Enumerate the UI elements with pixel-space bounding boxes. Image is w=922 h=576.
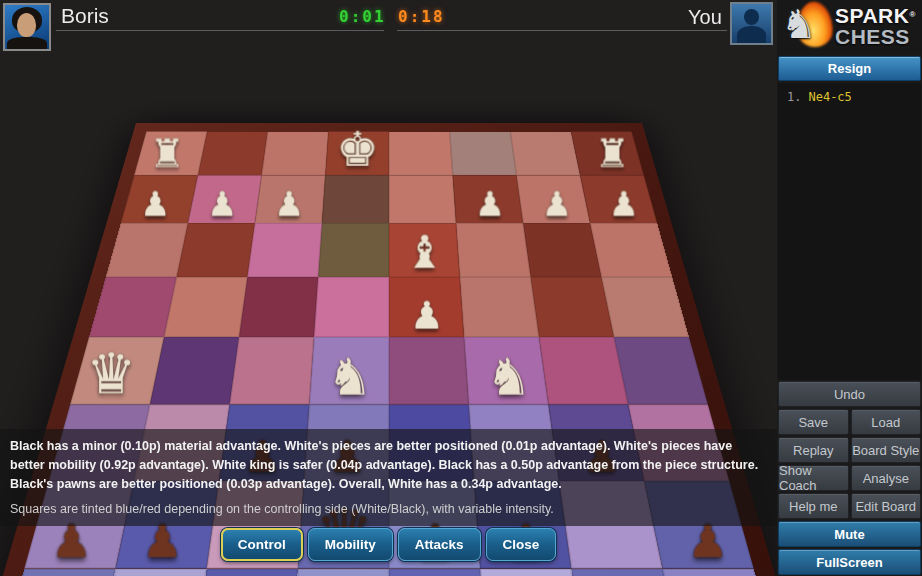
board-square[interactable]: [450, 131, 517, 175]
board-square[interactable]: [177, 223, 255, 277]
top-bar: Boris 0:01 0:18 You: [0, 0, 777, 52]
board-square[interactable]: ♚: [291, 568, 389, 576]
opponent-name: Boris: [61, 4, 109, 28]
board-square[interactable]: [314, 277, 389, 337]
white-pawn[interactable]: ♟: [409, 296, 443, 334]
board-square[interactable]: [150, 337, 239, 404]
board-square[interactable]: [389, 131, 453, 175]
board-square[interactable]: ♟: [389, 277, 464, 337]
mute-button[interactable]: Mute: [778, 521, 921, 547]
white-pawn[interactable]: ♟: [474, 187, 504, 221]
board-square[interactable]: ♟: [188, 175, 262, 223]
top-bar-divider-left: [56, 30, 384, 31]
board-square[interactable]: ♟: [453, 175, 523, 223]
board-square[interactable]: ♟: [255, 175, 325, 223]
board-square[interactable]: [523, 223, 601, 277]
help-me-button[interactable]: Help me: [778, 493, 849, 519]
board-square[interactable]: [389, 568, 487, 576]
analysis-overlay: Black has a minor (0.10p) material advan…: [0, 429, 777, 526]
attacks-button[interactable]: Attacks: [398, 528, 481, 561]
opponent-avatar[interactable]: [3, 3, 51, 51]
white-pawn[interactable]: ♟: [541, 187, 571, 221]
board-square[interactable]: [460, 277, 539, 337]
close-button[interactable]: Close: [486, 528, 557, 561]
board-square[interactable]: ♞: [464, 337, 548, 404]
mobility-button[interactable]: Mobility: [308, 528, 393, 561]
board-square[interactable]: ♚: [325, 131, 389, 175]
board-square[interactable]: [456, 223, 531, 277]
white-pawn[interactable]: ♟: [273, 187, 303, 221]
edit-board-button[interactable]: Edit Board: [851, 493, 922, 519]
board-square[interactable]: [480, 568, 585, 576]
board-square[interactable]: [89, 277, 177, 337]
clock-black: 0:18: [398, 7, 445, 26]
board-square[interactable]: ♟: [516, 175, 590, 223]
knight-logo-icon: ♞: [781, 4, 817, 44]
analyse-button[interactable]: Analyse: [851, 465, 922, 491]
clock-white: 0:01: [339, 7, 386, 26]
undo-button[interactable]: Undo: [778, 381, 921, 407]
sidebar: ♞ SPARK® CHESS Resign 1.Ne4-c5 Undo Save…: [777, 0, 922, 576]
board-square[interactable]: ♟: [580, 175, 657, 223]
move-list[interactable]: 1.Ne4-c5: [778, 83, 921, 380]
control-button[interactable]: Control: [221, 528, 303, 561]
board-square[interactable]: ♝: [389, 223, 460, 277]
board-square[interactable]: ♞: [309, 337, 389, 404]
sparkchess-logo: ♞ SPARK® CHESS: [777, 0, 922, 55]
board-square[interactable]: [318, 223, 389, 277]
white-pawn[interactable]: ♟: [608, 187, 638, 221]
board-square[interactable]: [230, 337, 314, 404]
board-square[interactable]: [239, 277, 318, 337]
white-bishop[interactable]: ♝: [404, 229, 445, 274]
logo-text: SPARK® CHESS: [835, 5, 916, 48]
logo-word-spark: SPARK: [835, 4, 909, 27]
fullscreen-button[interactable]: FullScreen: [778, 549, 921, 575]
board-square[interactable]: [106, 223, 188, 277]
white-rook[interactable]: ♜: [149, 134, 184, 173]
tint-note-text: Squares are tinted blue/red depending on…: [10, 502, 767, 516]
player-name: You: [688, 6, 722, 29]
board-square[interactable]: ♟: [121, 175, 198, 223]
board-square[interactable]: [164, 277, 247, 337]
logo-word-chess: CHESS: [835, 25, 910, 48]
silhouette-body: [737, 26, 766, 45]
replay-button[interactable]: Replay: [778, 437, 849, 463]
player-avatar[interactable]: [730, 2, 773, 45]
board-square[interactable]: ♝: [193, 568, 298, 576]
silhouette-head: [744, 9, 759, 25]
board-style-button[interactable]: Board Style: [851, 437, 922, 463]
white-queen[interactable]: ♛: [86, 345, 136, 401]
white-knight[interactable]: ♞: [326, 350, 372, 401]
board-square[interactable]: [531, 277, 614, 337]
resign-button[interactable]: Resign: [778, 56, 921, 81]
board-square[interactable]: [539, 337, 628, 404]
analysis-toolbar: Control Mobility Attacks Close: [0, 528, 777, 561]
analysis-text: Black has a minor (0.10p) material advan…: [10, 437, 767, 493]
board-square[interactable]: [322, 175, 389, 223]
board-square[interactable]: [247, 223, 322, 277]
white-knight[interactable]: ♞: [485, 350, 531, 401]
white-king[interactable]: ♚: [336, 126, 379, 173]
board-square[interactable]: ♜: [134, 131, 207, 175]
board-square[interactable]: ♜: [571, 131, 644, 175]
board-square[interactable]: [389, 337, 469, 404]
board-square[interactable]: [262, 131, 329, 175]
white-rook[interactable]: ♜: [594, 134, 629, 173]
white-pawn[interactable]: ♟: [140, 187, 170, 221]
board-square[interactable]: [510, 131, 580, 175]
white-pawn[interactable]: ♟: [206, 187, 236, 221]
move-text: Ne4-c5: [808, 90, 851, 104]
save-button[interactable]: Save: [778, 409, 849, 435]
avatar-face: [17, 13, 36, 37]
board-square[interactable]: [389, 175, 456, 223]
registered-mark: ®: [909, 10, 915, 19]
board-square[interactable]: [198, 131, 268, 175]
move-number: 1.: [787, 90, 801, 104]
top-bar-divider-right: [397, 30, 727, 31]
show-coach-button[interactable]: Show Coach: [778, 465, 849, 491]
avatar-shirt: [7, 37, 47, 51]
load-button[interactable]: Load: [851, 409, 922, 435]
